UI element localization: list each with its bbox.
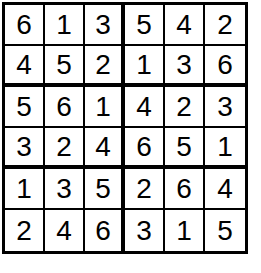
cell-r5c6[interactable]: 4 [205, 169, 245, 210]
cell-r3c3[interactable]: 1 [85, 87, 125, 128]
cell-r3c5[interactable]: 2 [165, 87, 205, 128]
cell-r5c4[interactable]: 2 [125, 169, 165, 210]
cell-r1c1[interactable]: 6 [5, 5, 45, 46]
cell-r3c2[interactable]: 6 [45, 87, 85, 128]
cell-r1c3[interactable]: 3 [85, 5, 125, 46]
sudoku-board-margin: 613542452136561423324651135264246315 [0, 0, 250, 256]
cell-r4c3[interactable]: 4 [85, 128, 125, 169]
cell-r6c1[interactable]: 2 [5, 210, 45, 251]
cell-r6c5[interactable]: 1 [165, 210, 205, 251]
sudoku-board: 613542452136561423324651135264246315 [2, 2, 248, 254]
cell-r3c4[interactable]: 4 [125, 87, 165, 128]
cell-r3c1[interactable]: 5 [5, 87, 45, 128]
cell-r2c2[interactable]: 5 [45, 46, 85, 87]
cell-r5c2[interactable]: 3 [45, 169, 85, 210]
cell-r2c1[interactable]: 4 [5, 46, 45, 87]
cell-r5c1[interactable]: 1 [5, 169, 45, 210]
cell-r4c6[interactable]: 1 [205, 128, 245, 169]
cell-r5c5[interactable]: 6 [165, 169, 205, 210]
cell-r2c4[interactable]: 1 [125, 46, 165, 87]
cell-r2c5[interactable]: 3 [165, 46, 205, 87]
cell-r6c4[interactable]: 3 [125, 210, 165, 251]
cell-r1c5[interactable]: 4 [165, 5, 205, 46]
cell-r1c2[interactable]: 1 [45, 5, 85, 46]
cell-r6c3[interactable]: 6 [85, 210, 125, 251]
cell-r4c1[interactable]: 3 [5, 128, 45, 169]
cell-r6c2[interactable]: 4 [45, 210, 85, 251]
cell-r1c4[interactable]: 5 [125, 5, 165, 46]
cell-r2c6[interactable]: 6 [205, 46, 245, 87]
cell-r4c2[interactable]: 2 [45, 128, 85, 169]
cell-r4c4[interactable]: 6 [125, 128, 165, 169]
cell-r5c3[interactable]: 5 [85, 169, 125, 210]
cell-r2c3[interactable]: 2 [85, 46, 125, 87]
cell-r4c5[interactable]: 5 [165, 128, 205, 169]
cell-r6c6[interactable]: 5 [205, 210, 245, 251]
cell-r1c6[interactable]: 2 [205, 5, 245, 46]
cell-r3c6[interactable]: 3 [205, 87, 245, 128]
